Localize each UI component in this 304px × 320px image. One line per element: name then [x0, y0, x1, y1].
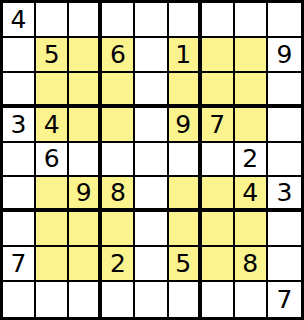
cell-r5c2-given-6[interactable]: 6 — [36, 143, 69, 178]
cell-r3c1-empty[interactable] — [3, 73, 36, 108]
cell-r8c7-empty[interactable] — [202, 247, 235, 282]
cell-r2c4-given-6[interactable]: 6 — [102, 38, 135, 73]
cell-r6c5-empty[interactable] — [135, 177, 168, 212]
cell-r9c7-empty[interactable] — [202, 282, 235, 317]
cell-r9c3-empty[interactable] — [69, 282, 102, 317]
cell-r6c8-given-4[interactable]: 4 — [235, 177, 268, 212]
cell-r6c7-empty[interactable] — [202, 177, 235, 212]
cell-r1c5-empty[interactable] — [135, 3, 168, 38]
cell-r8c9-empty[interactable] — [268, 247, 301, 282]
cell-r3c6-empty[interactable] — [169, 73, 202, 108]
cell-r2c6-given-1[interactable]: 1 — [169, 38, 202, 73]
cell-r5c1-empty[interactable] — [3, 143, 36, 178]
cell-r8c3-empty[interactable] — [69, 247, 102, 282]
cell-r5c9-empty[interactable] — [268, 143, 301, 178]
cell-r3c9-empty[interactable] — [268, 73, 301, 108]
cell-r3c8-empty[interactable] — [235, 73, 268, 108]
cell-r8c2-empty[interactable] — [36, 247, 69, 282]
cell-r4c3-empty[interactable] — [69, 108, 102, 143]
cell-r5c8-given-2[interactable]: 2 — [235, 143, 268, 178]
cell-r6c1-empty[interactable] — [3, 177, 36, 212]
cell-r3c3-empty[interactable] — [69, 73, 102, 108]
cell-r1c6-empty[interactable] — [169, 3, 202, 38]
cell-r2c2-given-5[interactable]: 5 — [36, 38, 69, 73]
cell-r6c6-empty[interactable] — [169, 177, 202, 212]
cell-r8c6-given-5[interactable]: 5 — [169, 247, 202, 282]
cell-r7c3-empty[interactable] — [69, 212, 102, 247]
cell-r9c4-empty[interactable] — [102, 282, 135, 317]
cell-r4c2-given-4[interactable]: 4 — [36, 108, 69, 143]
cell-r4c6-given-9[interactable]: 9 — [169, 108, 202, 143]
cell-r4c7-given-7[interactable]: 7 — [202, 108, 235, 143]
cell-r1c8-empty[interactable] — [235, 3, 268, 38]
cell-r8c1-given-7[interactable]: 7 — [3, 247, 36, 282]
cell-r5c5-empty[interactable] — [135, 143, 168, 178]
cell-r4c1-given-3[interactable]: 3 — [3, 108, 36, 143]
cell-r1c7-empty[interactable] — [202, 3, 235, 38]
cell-r5c3-empty[interactable] — [69, 143, 102, 178]
cell-r4c4-empty[interactable] — [102, 108, 135, 143]
cell-r9c1-empty[interactable] — [3, 282, 36, 317]
cell-r7c6-empty[interactable] — [169, 212, 202, 247]
cell-r9c2-empty[interactable] — [36, 282, 69, 317]
cell-r3c5-empty[interactable] — [135, 73, 168, 108]
cell-r7c4-empty[interactable] — [102, 212, 135, 247]
cell-r5c6-empty[interactable] — [169, 143, 202, 178]
cell-r2c3-empty[interactable] — [69, 38, 102, 73]
cell-r9c5-empty[interactable] — [135, 282, 168, 317]
cell-r7c9-empty[interactable] — [268, 212, 301, 247]
cell-r3c7-empty[interactable] — [202, 73, 235, 108]
cell-r9c9-given-7[interactable]: 7 — [268, 282, 301, 317]
cell-r8c8-given-8[interactable]: 8 — [235, 247, 268, 282]
cell-r7c8-empty[interactable] — [235, 212, 268, 247]
cell-r2c8-empty[interactable] — [235, 38, 268, 73]
cell-r8c4-given-2[interactable]: 2 — [102, 247, 135, 282]
cell-r7c5-empty[interactable] — [135, 212, 168, 247]
cell-r3c2-empty[interactable] — [36, 73, 69, 108]
cell-r2c7-empty[interactable] — [202, 38, 235, 73]
cell-r7c1-empty[interactable] — [3, 212, 36, 247]
cell-r6c3-given-9[interactable]: 9 — [69, 177, 102, 212]
cell-r1c9-empty[interactable] — [268, 3, 301, 38]
cell-r4c5-empty[interactable] — [135, 108, 168, 143]
sudoku-board: 45619349762984372587 — [0, 0, 304, 320]
cell-r6c2-empty[interactable] — [36, 177, 69, 212]
cell-r2c5-empty[interactable] — [135, 38, 168, 73]
cell-r1c3-empty[interactable] — [69, 3, 102, 38]
cell-r2c9-given-9[interactable]: 9 — [268, 38, 301, 73]
cell-r6c4-given-8[interactable]: 8 — [102, 177, 135, 212]
cell-r1c2-empty[interactable] — [36, 3, 69, 38]
cell-r1c4-empty[interactable] — [102, 3, 135, 38]
cell-r7c7-empty[interactable] — [202, 212, 235, 247]
cell-r6c9-given-3[interactable]: 3 — [268, 177, 301, 212]
cell-r4c9-empty[interactable] — [268, 108, 301, 143]
cell-r9c8-empty[interactable] — [235, 282, 268, 317]
cell-r9c6-empty[interactable] — [169, 282, 202, 317]
cell-r3c4-empty[interactable] — [102, 73, 135, 108]
cell-r5c4-empty[interactable] — [102, 143, 135, 178]
cell-r2c1-empty[interactable] — [3, 38, 36, 73]
cell-r1c1-given-4[interactable]: 4 — [3, 3, 36, 38]
cell-r5c7-empty[interactable] — [202, 143, 235, 178]
cell-r7c2-empty[interactable] — [36, 212, 69, 247]
cell-r4c8-empty[interactable] — [235, 108, 268, 143]
cell-r8c5-empty[interactable] — [135, 247, 168, 282]
